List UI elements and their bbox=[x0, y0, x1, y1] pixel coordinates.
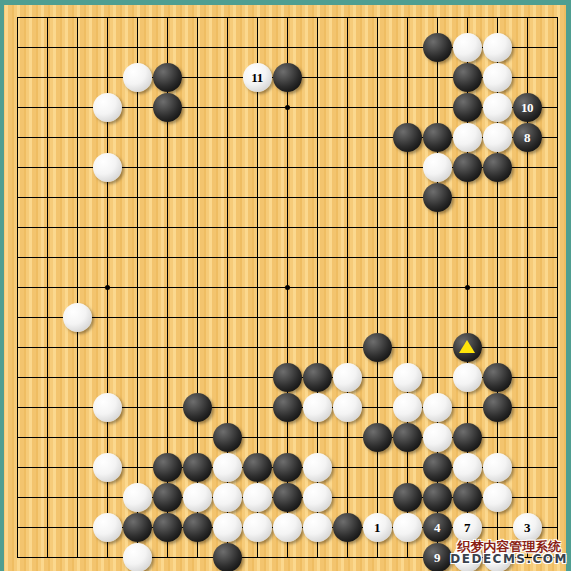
white-stone bbox=[423, 393, 452, 422]
black-stone bbox=[153, 63, 182, 92]
white-stone bbox=[93, 153, 122, 182]
white-stone bbox=[393, 363, 422, 392]
black-stone bbox=[453, 483, 482, 512]
star-point bbox=[465, 285, 470, 290]
white-stone: 11 bbox=[243, 63, 272, 92]
frame-edge-top bbox=[0, 0, 571, 5]
black-stone bbox=[483, 153, 512, 182]
black-stone bbox=[183, 453, 212, 482]
black-stone bbox=[183, 513, 212, 542]
black-stone bbox=[393, 483, 422, 512]
move-number: 11 bbox=[251, 71, 262, 84]
white-stone bbox=[63, 303, 92, 332]
watermark-chinese-text: 织梦内容管理系统 bbox=[450, 540, 568, 554]
white-stone: 7 bbox=[453, 513, 482, 542]
white-stone bbox=[213, 483, 242, 512]
black-stone bbox=[123, 513, 152, 542]
white-stone bbox=[93, 393, 122, 422]
black-stone bbox=[423, 483, 452, 512]
white-stone bbox=[453, 123, 482, 152]
white-stone bbox=[483, 33, 512, 62]
white-stone bbox=[453, 33, 482, 62]
black-stone bbox=[153, 93, 182, 122]
move-number: 7 bbox=[464, 521, 470, 534]
move-number: 8 bbox=[524, 131, 530, 144]
black-stone bbox=[423, 453, 452, 482]
move-number: 3 bbox=[524, 521, 530, 534]
white-stone bbox=[303, 513, 332, 542]
black-stone bbox=[363, 423, 392, 452]
white-stone bbox=[333, 393, 362, 422]
white-stone bbox=[93, 453, 122, 482]
black-stone bbox=[243, 453, 272, 482]
black-stone bbox=[393, 123, 422, 152]
black-stone bbox=[273, 393, 302, 422]
black-stone bbox=[273, 363, 302, 392]
black-stone bbox=[453, 63, 482, 92]
black-stone bbox=[423, 183, 452, 212]
black-stone bbox=[273, 483, 302, 512]
black-stone bbox=[333, 513, 362, 542]
watermark: 织梦内容管理系统 DEDECMS.COM bbox=[450, 540, 568, 566]
move-number: 4 bbox=[434, 521, 440, 534]
black-stone bbox=[153, 453, 182, 482]
black-stone bbox=[363, 333, 392, 362]
move-number: 1 bbox=[374, 521, 380, 534]
white-stone: 1 bbox=[363, 513, 392, 542]
white-stone bbox=[483, 483, 512, 512]
white-stone bbox=[123, 63, 152, 92]
black-stone bbox=[153, 483, 182, 512]
white-stone bbox=[423, 153, 452, 182]
triangle-marker-icon bbox=[459, 340, 475, 353]
white-stone bbox=[93, 513, 122, 542]
move-number: 10 bbox=[521, 101, 533, 114]
star-point bbox=[285, 105, 290, 110]
white-stone bbox=[303, 393, 332, 422]
white-stone bbox=[393, 393, 422, 422]
white-stone bbox=[303, 453, 332, 482]
black-stone: 8 bbox=[513, 123, 542, 152]
black-stone: 9 bbox=[423, 543, 452, 571]
white-stone bbox=[483, 123, 512, 152]
black-stone: 4 bbox=[423, 513, 452, 542]
move-number: 9 bbox=[434, 551, 440, 564]
frame-edge-left bbox=[0, 0, 4, 571]
white-stone bbox=[303, 483, 332, 512]
watermark-dedecms-text: DEDECMS.COM bbox=[450, 553, 568, 566]
star-point bbox=[285, 285, 290, 290]
white-stone bbox=[123, 543, 152, 571]
white-stone bbox=[93, 93, 122, 122]
white-stone bbox=[483, 453, 512, 482]
black-stone bbox=[273, 453, 302, 482]
white-stone bbox=[183, 483, 212, 512]
black-stone bbox=[303, 363, 332, 392]
star-point bbox=[105, 285, 110, 290]
white-stone bbox=[243, 483, 272, 512]
black-stone bbox=[273, 63, 302, 92]
white-stone bbox=[123, 483, 152, 512]
white-stone bbox=[453, 363, 482, 392]
black-stone bbox=[213, 543, 242, 571]
black-stone bbox=[393, 423, 422, 452]
black-stone bbox=[153, 513, 182, 542]
white-stone: 3 bbox=[513, 513, 542, 542]
black-stone bbox=[213, 423, 242, 452]
black-stone bbox=[453, 333, 482, 362]
black-stone bbox=[423, 33, 452, 62]
white-stone bbox=[333, 363, 362, 392]
black-stone bbox=[183, 393, 212, 422]
go-board-screenshot: 1110814739 织梦内容管理系统 DEDECMS.COM bbox=[0, 0, 571, 571]
white-stone bbox=[273, 513, 302, 542]
black-stone bbox=[423, 123, 452, 152]
white-stone bbox=[423, 423, 452, 452]
white-stone bbox=[453, 453, 482, 482]
frame-edge-right bbox=[566, 0, 571, 571]
black-stone bbox=[453, 423, 482, 452]
white-stone bbox=[243, 513, 272, 542]
white-stone bbox=[213, 453, 242, 482]
black-stone bbox=[483, 393, 512, 422]
black-stone: 10 bbox=[513, 93, 542, 122]
black-stone bbox=[483, 363, 512, 392]
white-stone bbox=[483, 63, 512, 92]
black-stone bbox=[453, 153, 482, 182]
white-stone bbox=[213, 513, 242, 542]
white-stone bbox=[393, 513, 422, 542]
white-stone bbox=[483, 93, 512, 122]
black-stone bbox=[453, 93, 482, 122]
